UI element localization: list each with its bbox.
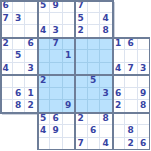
cell-r3c0[interactable]: 2 <box>0 38 13 51</box>
cell-r10c4[interactable]: 9 <box>50 125 63 138</box>
cell-r4c9[interactable] <box>113 50 126 63</box>
cell-r7c10[interactable] <box>125 88 138 101</box>
cell-r9c4[interactable]: 6 <box>50 113 63 126</box>
box-border-line <box>0 112 150 114</box>
cell-r10c3[interactable]: 4 <box>38 125 51 138</box>
cell-r1c6[interactable]: 5 <box>75 13 88 26</box>
box-border-line <box>0 37 150 39</box>
cell-r10c10[interactable]: 8 <box>125 125 138 138</box>
background-area <box>138 0 151 13</box>
cell-r0c7[interactable] <box>88 0 101 13</box>
cell-r3c3[interactable] <box>38 38 51 51</box>
box-border-line <box>149 38 151 151</box>
cell-r6c4[interactable] <box>50 75 63 88</box>
background-area <box>0 138 13 151</box>
cell-r10c7[interactable]: 6 <box>88 125 101 138</box>
cell-r3c9[interactable]: 1 <box>113 38 126 51</box>
cell-r9c6[interactable]: 2 <box>75 113 88 126</box>
cell-r9c9[interactable] <box>113 113 126 126</box>
cell-r0c1[interactable] <box>13 0 26 13</box>
background-area <box>125 0 138 13</box>
cell-r9c10[interactable] <box>125 113 138 126</box>
grid-shadow <box>114 2 116 37</box>
cell-r10c6[interactable] <box>75 125 88 138</box>
cell-r7c0[interactable] <box>0 88 13 101</box>
background-area <box>138 13 151 26</box>
cell-r0c3[interactable]: 5 <box>38 0 51 13</box>
cell-r3c1[interactable] <box>13 38 26 51</box>
cell-r7c1[interactable]: 6 <box>13 88 26 101</box>
cell-r1c4[interactable] <box>50 13 63 26</box>
box-border-line <box>0 0 113 2</box>
cell-r6c6[interactable] <box>75 75 88 88</box>
cell-r1c7[interactable] <box>88 13 101 26</box>
cell-r3c10[interactable]: 6 <box>125 38 138 51</box>
cell-r4c3[interactable] <box>38 50 51 63</box>
background-area <box>13 138 26 151</box>
puzzle-canvas: 6597735443282671651434732561369829285628… <box>0 0 150 150</box>
cell-r4c6[interactable] <box>75 50 88 63</box>
cell-r4c4[interactable] <box>50 50 63 63</box>
box-border-line <box>0 74 150 76</box>
cell-r7c9[interactable]: 6 <box>113 88 126 101</box>
cell-r6c3[interactable]: 2 <box>38 75 51 88</box>
background-area <box>125 13 138 26</box>
cell-r6c10[interactable] <box>125 75 138 88</box>
cell-r9c3[interactable]: 5 <box>38 113 51 126</box>
cell-r4c7[interactable] <box>88 50 101 63</box>
cell-r3c6[interactable] <box>75 38 88 51</box>
cell-r4c1[interactable]: 5 <box>13 50 26 63</box>
cell-r6c9[interactable] <box>113 75 126 88</box>
cell-r7c3[interactable] <box>38 88 51 101</box>
cell-r10c9[interactable] <box>113 125 126 138</box>
cell-r1c0[interactable]: 7 <box>0 13 13 26</box>
cell-r6c0[interactable] <box>0 75 13 88</box>
cell-r3c4[interactable]: 7 <box>50 38 63 51</box>
box-border-line <box>38 149 151 151</box>
cell-r0c0[interactable]: 6 <box>0 0 13 13</box>
cell-r7c6[interactable] <box>75 88 88 101</box>
cell-r4c10[interactable] <box>125 50 138 63</box>
cell-r7c7[interactable] <box>88 88 101 101</box>
background-area <box>0 125 13 138</box>
cell-r4c0[interactable] <box>0 50 13 63</box>
cell-r6c7[interactable]: 5 <box>88 75 101 88</box>
grid-shadow <box>2 114 37 116</box>
cell-r9c7[interactable] <box>88 113 101 126</box>
cell-r1c1[interactable]: 3 <box>13 13 26 26</box>
cell-r1c3[interactable] <box>38 13 51 26</box>
cell-r3c7[interactable] <box>88 38 101 51</box>
cell-r7c4[interactable] <box>50 88 63 101</box>
cell-r6c1[interactable] <box>13 75 26 88</box>
box-border-line <box>0 0 2 113</box>
cell-r0c6[interactable]: 7 <box>75 0 88 13</box>
cell-r0c4[interactable]: 9 <box>50 0 63 13</box>
background-area <box>13 125 26 138</box>
